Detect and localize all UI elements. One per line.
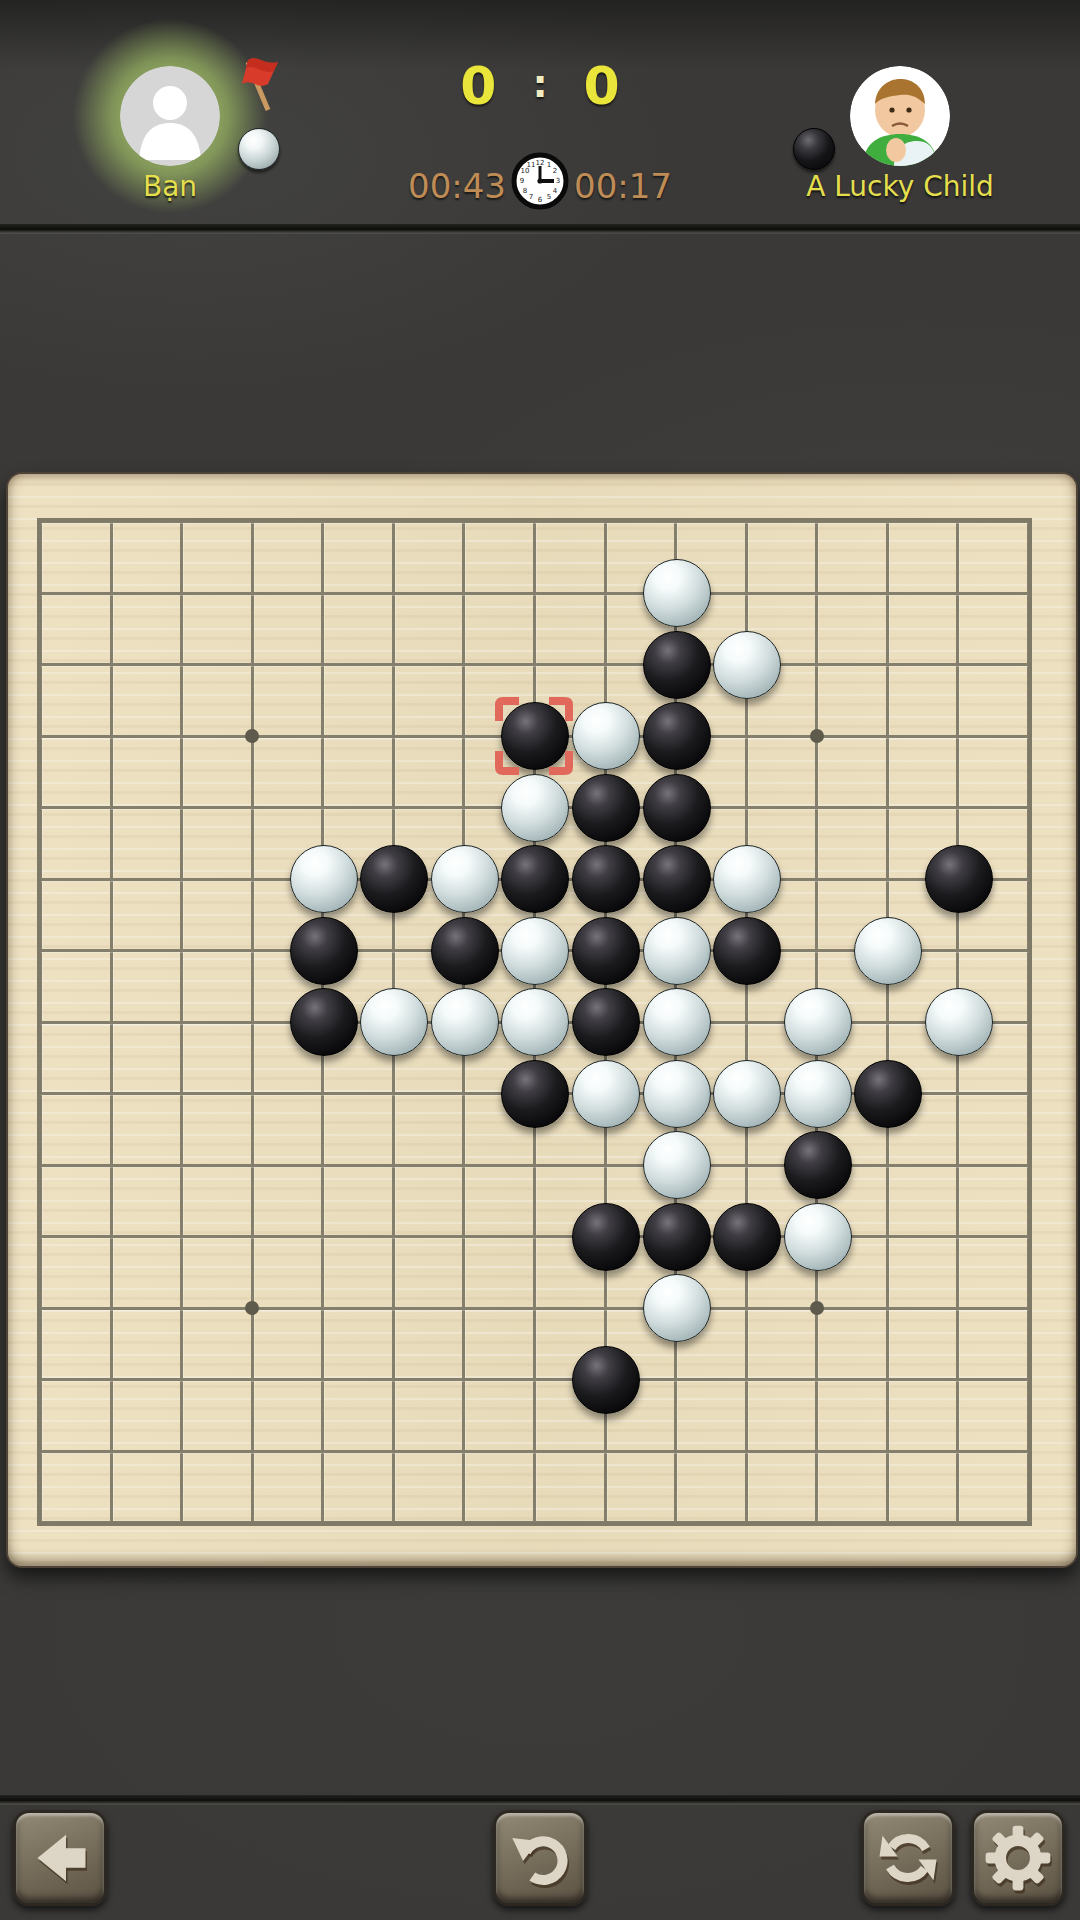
svg-text:9: 9	[520, 177, 524, 185]
timer-right: 00:17	[574, 164, 722, 208]
game-screen: Bạn 0 : 0 00:43 00:17 1212 345 678 91011	[0, 0, 1080, 1920]
stone-white	[643, 1060, 711, 1128]
stone-white	[643, 917, 711, 985]
stone-black	[925, 845, 993, 913]
stone-black	[713, 1203, 781, 1271]
stone-white	[431, 845, 499, 913]
settings-gear-icon	[981, 1821, 1055, 1895]
svg-text:12: 12	[536, 159, 545, 167]
stone-black	[501, 1060, 569, 1128]
header-divider	[0, 224, 1080, 233]
stone-black	[290, 988, 358, 1056]
last-move-marker	[492, 694, 576, 778]
stone-black	[572, 1346, 640, 1414]
stone-white	[572, 702, 640, 770]
stone-white	[784, 988, 852, 1056]
stone-white	[572, 1060, 640, 1128]
stone-black	[290, 917, 358, 985]
stone-black	[643, 702, 711, 770]
stone-white	[501, 917, 569, 985]
stone-black	[501, 845, 569, 913]
svg-text:4: 4	[553, 187, 558, 195]
stone-white	[431, 988, 499, 1056]
svg-text:5: 5	[547, 193, 551, 201]
opponent-avatar[interactable]	[850, 66, 950, 166]
stone-black	[713, 917, 781, 985]
stone-white	[784, 1203, 852, 1271]
stone-black	[431, 917, 499, 985]
score-left: 0	[460, 60, 496, 112]
stone-black	[572, 845, 640, 913]
board[interactable]	[6, 472, 1078, 1568]
svg-text:1: 1	[547, 161, 551, 169]
back-button[interactable]	[13, 1810, 107, 1906]
restart-icon	[872, 1822, 944, 1894]
stone-black	[854, 1060, 922, 1128]
stone-black	[572, 988, 640, 1056]
undo-icon	[503, 1821, 577, 1895]
baby-avatar-icon	[850, 66, 950, 166]
opponent-stone-black-icon	[793, 128, 835, 170]
svg-text:8: 8	[523, 187, 527, 195]
stone-white	[713, 631, 781, 699]
stone-white	[713, 845, 781, 913]
stone-white	[643, 988, 711, 1056]
stone-white	[713, 1060, 781, 1128]
stone-black	[643, 774, 711, 842]
clock-icon: 1212 345 678 91011	[511, 152, 569, 210]
stone-white	[643, 559, 711, 627]
svg-text:11: 11	[527, 161, 536, 169]
opponent-name: A Lucky Child	[790, 170, 1010, 203]
stone-white	[501, 988, 569, 1056]
stone-black	[360, 845, 428, 913]
score-separator: :	[532, 65, 547, 107]
timer-left: 00:43	[358, 164, 506, 208]
stone-black	[572, 774, 640, 842]
stone-black	[643, 1203, 711, 1271]
stone-black	[572, 917, 640, 985]
undo-button[interactable]	[493, 1810, 587, 1906]
footer-divider	[0, 1795, 1080, 1804]
score-right: 0	[584, 60, 620, 112]
restart-button[interactable]	[861, 1810, 955, 1906]
settings-button[interactable]	[971, 1810, 1065, 1906]
stone-white	[501, 774, 569, 842]
stone-white	[643, 1131, 711, 1199]
stone-white	[925, 988, 993, 1056]
star-point	[810, 729, 824, 743]
svg-text:7: 7	[529, 193, 533, 201]
stone-black	[643, 631, 711, 699]
svg-text:2: 2	[553, 167, 557, 175]
star-point	[810, 1301, 824, 1315]
stone-white	[360, 988, 428, 1056]
svg-text:3: 3	[556, 177, 560, 185]
stone-white	[290, 845, 358, 913]
stone-black	[784, 1131, 852, 1199]
svg-text:6: 6	[538, 196, 543, 204]
stone-black	[643, 845, 711, 913]
stone-white	[854, 917, 922, 985]
stone-black	[572, 1203, 640, 1271]
stone-white	[784, 1060, 852, 1128]
stone-white	[643, 1274, 711, 1342]
back-arrow-icon	[24, 1822, 96, 1894]
